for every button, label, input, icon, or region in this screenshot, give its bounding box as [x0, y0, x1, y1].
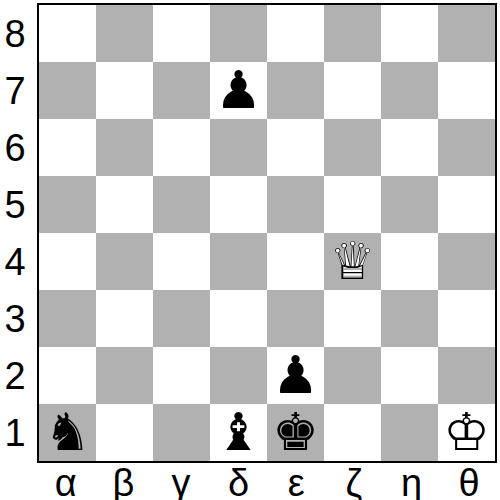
square-e2[interactable]: ♟ [267, 347, 324, 404]
rank-label-5: 5 [0, 177, 30, 234]
square-c8[interactable] [153, 5, 210, 62]
square-a2[interactable] [39, 347, 96, 404]
square-b2[interactable] [96, 347, 153, 404]
square-g6[interactable] [381, 119, 438, 176]
file-label-h: θ [440, 463, 498, 500]
square-c7[interactable] [153, 62, 210, 119]
square-b5[interactable] [96, 176, 153, 233]
white-king-h1[interactable]: ♚♔ [438, 404, 495, 461]
square-a4[interactable] [39, 233, 96, 290]
square-g2[interactable] [381, 347, 438, 404]
square-c5[interactable] [153, 176, 210, 233]
rank-label-3: 3 [0, 291, 30, 348]
square-g5[interactable] [381, 176, 438, 233]
square-d3[interactable] [210, 290, 267, 347]
square-d1[interactable]: ♝ [210, 404, 267, 461]
square-c4[interactable] [153, 233, 210, 290]
square-h8[interactable] [438, 5, 495, 62]
rank-label-2: 2 [0, 348, 30, 405]
square-f4[interactable]: ♛♕ [324, 233, 381, 290]
square-d7[interactable]: ♟ [210, 62, 267, 119]
black-pawn-e2[interactable]: ♟ [267, 347, 324, 404]
square-h6[interactable] [438, 119, 495, 176]
square-b6[interactable] [96, 119, 153, 176]
square-b8[interactable] [96, 5, 153, 62]
rank-label-7: 7 [0, 63, 30, 120]
square-a3[interactable] [39, 290, 96, 347]
black-bishop-d1[interactable]: ♝ [210, 404, 267, 461]
square-g8[interactable] [381, 5, 438, 62]
rank-label-8: 8 [0, 6, 30, 63]
square-a8[interactable] [39, 5, 96, 62]
square-f7[interactable] [324, 62, 381, 119]
square-h1[interactable]: ♚♔ [438, 404, 495, 461]
square-b4[interactable] [96, 233, 153, 290]
square-h2[interactable] [438, 347, 495, 404]
file-label-c: γ [152, 463, 210, 500]
square-f2[interactable] [324, 347, 381, 404]
square-a1[interactable]: ♞ [39, 404, 96, 461]
square-e8[interactable] [267, 5, 324, 62]
file-labels: αβγδεζηθ [37, 463, 498, 500]
square-d5[interactable] [210, 176, 267, 233]
square-f3[interactable] [324, 290, 381, 347]
square-d2[interactable] [210, 347, 267, 404]
file-label-g: η [383, 463, 441, 500]
square-d6[interactable] [210, 119, 267, 176]
square-f5[interactable] [324, 176, 381, 233]
square-h5[interactable] [438, 176, 495, 233]
square-a5[interactable] [39, 176, 96, 233]
square-f6[interactable] [324, 119, 381, 176]
chess-diagram: 87654321 ♟♛♕♟♞♝♚♚♔ αβγδεζηθ [0, 0, 500, 500]
black-king-e1[interactable]: ♚ [267, 404, 324, 461]
square-h4[interactable] [438, 233, 495, 290]
square-a7[interactable] [39, 62, 96, 119]
square-d4[interactable] [210, 233, 267, 290]
file-label-d: δ [210, 463, 268, 500]
square-b7[interactable] [96, 62, 153, 119]
black-pawn-d7[interactable]: ♟ [210, 62, 267, 119]
square-g4[interactable] [381, 233, 438, 290]
square-a6[interactable] [39, 119, 96, 176]
square-g7[interactable] [381, 62, 438, 119]
square-c1[interactable] [153, 404, 210, 461]
square-f8[interactable] [324, 5, 381, 62]
file-label-f: ζ [325, 463, 383, 500]
square-e7[interactable] [267, 62, 324, 119]
rank-label-4: 4 [0, 234, 30, 291]
white-king-outline: ♔ [438, 404, 495, 461]
square-e4[interactable] [267, 233, 324, 290]
square-g1[interactable] [381, 404, 438, 461]
square-d8[interactable] [210, 5, 267, 62]
square-c6[interactable] [153, 119, 210, 176]
chess-board: ♟♛♕♟♞♝♚♚♔ [37, 3, 497, 463]
rank-labels: 87654321 [0, 6, 30, 462]
white-queen-outline: ♕ [324, 233, 381, 290]
file-label-b: β [95, 463, 153, 500]
square-f1[interactable] [324, 404, 381, 461]
file-label-a: α [37, 463, 95, 500]
square-e3[interactable] [267, 290, 324, 347]
square-h3[interactable] [438, 290, 495, 347]
file-label-e: ε [268, 463, 326, 500]
rank-label-1: 1 [0, 405, 30, 462]
square-e5[interactable] [267, 176, 324, 233]
rank-label-6: 6 [0, 120, 30, 177]
square-c2[interactable] [153, 347, 210, 404]
square-e6[interactable] [267, 119, 324, 176]
black-knight-a1[interactable]: ♞ [39, 404, 96, 461]
square-c3[interactable] [153, 290, 210, 347]
square-h7[interactable] [438, 62, 495, 119]
square-b3[interactable] [96, 290, 153, 347]
square-b1[interactable] [96, 404, 153, 461]
square-e1[interactable]: ♚ [267, 404, 324, 461]
white-queen-f4[interactable]: ♛♕ [324, 233, 381, 290]
square-g3[interactable] [381, 290, 438, 347]
